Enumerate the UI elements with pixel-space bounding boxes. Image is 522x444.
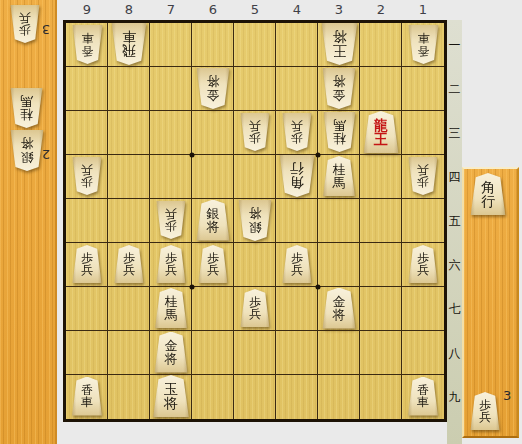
board-cell-6g[interactable]: [192, 287, 234, 331]
gote-hand-stand: [0, 0, 57, 444]
piece-kanji: 桂: [165, 295, 178, 308]
file-label-7: 7: [150, 2, 192, 18]
board-cell-2e[interactable]: [360, 199, 402, 243]
shogi-piece-歩兵-9f[interactable]: 歩兵: [72, 245, 102, 283]
piece-kanji: 行: [481, 194, 495, 208]
shogi-piece-歩兵-4c[interactable]: 歩兵: [282, 113, 312, 151]
piece-kanji: 馬: [333, 119, 346, 132]
board-cell-6d[interactable]: [192, 155, 234, 199]
piece-kanji: 車: [81, 32, 93, 44]
shogi-piece-銀将-6e[interactable]: 銀将: [196, 200, 230, 241]
piece-kanji: 兵: [123, 264, 135, 276]
piece-kanji: 将: [332, 30, 346, 44]
rank-label-3: 三: [447, 123, 462, 143]
board-cell-8e[interactable]: [108, 199, 150, 243]
rank-label-5: 五: [447, 211, 462, 231]
piece-kanji: 銀: [21, 151, 34, 164]
shogi-piece-龍王-2c[interactable]: 龍王: [363, 111, 399, 153]
piece-kanji: 銀: [249, 220, 262, 233]
shogi-piece-飛車-8a[interactable]: 飛車: [111, 23, 147, 65]
board-cell-9c[interactable]: [66, 111, 108, 155]
board-cell-5a[interactable]: [234, 23, 276, 67]
piece-face: 金将: [322, 288, 356, 329]
board-cell-6a[interactable]: [192, 23, 234, 67]
piece-face: 香車: [72, 377, 103, 416]
piece-kanji: 兵: [19, 12, 31, 24]
shogi-piece-金将-7h[interactable]: 金将: [154, 332, 188, 373]
piece-face: 香車: [408, 377, 439, 416]
piece-kanji: 香: [81, 44, 93, 56]
piece-kanji: 車: [81, 396, 93, 408]
piece-kanji: 兵: [81, 164, 93, 176]
board-cell-7d[interactable]: [150, 155, 192, 199]
piece-kanji: 角: [290, 176, 304, 190]
board-cell-8b[interactable]: [108, 67, 150, 111]
board-cell-6i[interactable]: [192, 375, 234, 419]
shogi-piece-香車-1i[interactable]: 香車: [408, 377, 439, 416]
shogi-piece-歩兵-1d[interactable]: 歩兵: [408, 157, 438, 195]
shogi-piece-桂馬-3d[interactable]: 桂馬: [323, 156, 356, 196]
board-cell-4b[interactable]: [276, 67, 318, 111]
board-cell-5b[interactable]: [234, 67, 276, 111]
piece-face: 龍王: [363, 111, 399, 153]
piece-kanji: 将: [249, 207, 262, 220]
board-cell-9b[interactable]: [66, 67, 108, 111]
file-label-5: 5: [234, 2, 276, 18]
file-label-2: 2: [360, 2, 402, 18]
piece-face: 桂馬: [10, 88, 43, 128]
file-label-3: 3: [318, 2, 360, 18]
shogi-piece-玉将-7i[interactable]: 玉将: [153, 375, 190, 417]
piece-face: 歩兵: [408, 157, 438, 195]
piece-face: 金将: [322, 68, 356, 109]
piece-kanji: 馬: [20, 95, 33, 108]
shogi-piece-香車-9i[interactable]: 香車: [72, 377, 103, 416]
board-cell-7b[interactable]: [150, 67, 192, 111]
shogi-piece-歩兵[interactable]: 歩兵: [10, 5, 40, 43]
piece-kanji: 桂: [20, 108, 33, 121]
board-cell-4h[interactable]: [276, 331, 318, 375]
piece-face: 歩兵: [198, 245, 228, 283]
piece-face: 飛車: [111, 23, 147, 65]
shogi-piece-銀将[interactable]: 銀将: [10, 130, 44, 171]
rank-label-9: 九: [447, 387, 462, 407]
shogi-piece-歩兵[interactable]: 歩兵: [470, 392, 500, 430]
piece-face: 歩兵: [156, 201, 186, 239]
shogi-piece-歩兵-8f[interactable]: 歩兵: [114, 245, 144, 283]
shogi-piece-歩兵-7e[interactable]: 歩兵: [156, 201, 186, 239]
gote-hand-count-銀将: 2: [42, 147, 50, 162]
piece-kanji: 将: [207, 220, 220, 233]
piece-kanji: 金: [165, 339, 178, 352]
shogi-piece-桂馬-3c[interactable]: 桂馬: [323, 112, 356, 152]
shogi-piece-歩兵-7f[interactable]: 歩兵: [156, 245, 186, 283]
board-cell-6h[interactable]: [192, 331, 234, 375]
piece-face: 歩兵: [72, 157, 102, 195]
shogi-piece-香車-9a[interactable]: 香車: [72, 25, 103, 64]
shogi-board: 香車飛車王将香車金将金将歩兵歩兵桂馬龍王歩兵角行桂馬歩兵歩兵銀将銀将歩兵歩兵歩兵…: [63, 20, 447, 422]
shogi-piece-歩兵-1f[interactable]: 歩兵: [408, 245, 438, 283]
piece-kanji: 歩: [291, 132, 303, 144]
board-cell-2a[interactable]: [360, 23, 402, 67]
hoshi-dot: [190, 285, 195, 290]
piece-kanji: 王: [332, 44, 346, 58]
board-cell-8i[interactable]: [108, 375, 150, 419]
board-cell-1g[interactable]: [402, 287, 444, 331]
piece-face: 歩兵: [282, 245, 312, 283]
board-cell-1e[interactable]: [402, 199, 444, 243]
board-cell-5i[interactable]: [234, 375, 276, 419]
piece-kanji: 金: [333, 295, 346, 308]
piece-face: 桂馬: [323, 156, 356, 196]
shogi-piece-歩兵-5c[interactable]: 歩兵: [240, 113, 270, 151]
board-cell-4g[interactable]: [276, 287, 318, 331]
board-cell-6c[interactable]: [192, 111, 234, 155]
piece-face: 金将: [154, 332, 188, 373]
shogi-piece-香車-1a[interactable]: 香車: [408, 25, 439, 64]
piece-kanji: 車: [417, 32, 429, 44]
piece-kanji: 角: [481, 180, 495, 194]
piece-kanji: 兵: [81, 264, 93, 276]
file-label-4: 4: [276, 2, 318, 18]
piece-kanji: 兵: [417, 164, 429, 176]
rank-label-7: 七: [447, 299, 462, 319]
rank-label-1: 一: [447, 35, 462, 55]
piece-kanji: 龍: [374, 118, 388, 132]
shogi-piece-王将-3a[interactable]: 王将: [321, 23, 358, 65]
shogi-piece-歩兵-4f[interactable]: 歩兵: [282, 245, 312, 283]
piece-face: 歩兵: [408, 245, 438, 283]
piece-kanji: 兵: [291, 264, 303, 276]
board-cell-1b[interactable]: [402, 67, 444, 111]
piece-face: 歩兵: [10, 5, 40, 43]
piece-kanji: 歩: [81, 176, 93, 188]
piece-face: 銀将: [10, 130, 44, 171]
file-label-1: 1: [402, 2, 444, 18]
rank-label-4: 四: [447, 167, 462, 187]
shogi-app: 香車飛車王将香車金将金将歩兵歩兵桂馬龍王歩兵角行桂馬歩兵歩兵銀将銀将歩兵歩兵歩兵…: [0, 0, 522, 444]
piece-face: 角行: [470, 173, 506, 215]
piece-kanji: 車: [417, 396, 429, 408]
piece-kanji: 将: [164, 396, 178, 410]
piece-kanji: 将: [21, 137, 34, 150]
shogi-piece-金将-6b[interactable]: 金将: [196, 68, 230, 109]
file-label-9: 9: [66, 2, 108, 18]
board-cell-9e[interactable]: [66, 199, 108, 243]
piece-kanji: 玉: [164, 382, 178, 396]
piece-face: 歩兵: [156, 245, 186, 283]
piece-kanji: 将: [207, 75, 220, 88]
piece-face: 角行: [279, 155, 315, 197]
board-cell-3i[interactable]: [318, 375, 360, 419]
sente-hand-count-歩兵: 3: [503, 388, 511, 403]
piece-face: 玉将: [153, 375, 190, 417]
piece-face: 香車: [408, 25, 439, 64]
board-cell-9h[interactable]: [66, 331, 108, 375]
piece-kanji: 桂: [333, 132, 346, 145]
shogi-piece-桂馬[interactable]: 桂馬: [10, 88, 43, 128]
piece-face: 歩兵: [282, 113, 312, 151]
piece-kanji: 兵: [249, 308, 261, 320]
board-cell-8g[interactable]: [108, 287, 150, 331]
piece-face: 香車: [72, 25, 103, 64]
piece-face: 銀将: [196, 200, 230, 241]
piece-kanji: 兵: [479, 411, 491, 423]
board-cell-8c[interactable]: [108, 111, 150, 155]
board-cell-7a[interactable]: [150, 23, 192, 67]
shogi-piece-銀将-5e[interactable]: 銀将: [238, 200, 272, 241]
piece-kanji: 兵: [207, 264, 219, 276]
board-cell-2h[interactable]: [360, 331, 402, 375]
board-cell-7c[interactable]: [150, 111, 192, 155]
piece-face: 歩兵: [240, 289, 270, 327]
board-cell-8d[interactable]: [108, 155, 150, 199]
piece-face: 金将: [196, 68, 230, 109]
piece-kanji: 歩: [165, 220, 177, 232]
board-cell-2i[interactable]: [360, 375, 402, 419]
piece-kanji: 金: [207, 88, 220, 101]
shogi-piece-歩兵-6f[interactable]: 歩兵: [198, 245, 228, 283]
shogi-piece-金将-3b[interactable]: 金将: [322, 68, 356, 109]
piece-kanji: 兵: [291, 120, 303, 132]
piece-face: 桂馬: [323, 112, 356, 152]
piece-face: 歩兵: [470, 392, 500, 430]
rank-label-6: 六: [447, 255, 462, 275]
shogi-piece-歩兵-9d[interactable]: 歩兵: [72, 157, 102, 195]
board-cell-1h[interactable]: [402, 331, 444, 375]
shogi-piece-角行[interactable]: 角行: [470, 173, 506, 215]
piece-kanji: 銀: [207, 207, 220, 220]
piece-kanji: 馬: [333, 176, 346, 189]
piece-kanji: 歩: [417, 176, 429, 188]
file-label-8: 8: [108, 2, 150, 18]
shogi-piece-桂馬-7g[interactable]: 桂馬: [155, 288, 188, 328]
shogi-piece-歩兵-5g[interactable]: 歩兵: [240, 289, 270, 327]
rank-label-8: 八: [447, 343, 462, 363]
piece-kanji: 行: [290, 162, 304, 176]
board-cell-4a[interactable]: [276, 23, 318, 67]
piece-kanji: 将: [333, 75, 346, 88]
piece-kanji: 歩: [19, 24, 31, 36]
piece-kanji: 王: [374, 132, 388, 146]
piece-kanji: 将: [165, 352, 178, 365]
board-cell-3f[interactable]: [318, 243, 360, 287]
piece-kanji: 金: [333, 88, 346, 101]
hoshi-dot: [190, 153, 195, 158]
hoshi-dot: [316, 153, 321, 158]
piece-kanji: 馬: [165, 308, 178, 321]
board-cell-9g[interactable]: [66, 287, 108, 331]
board-cell-5d[interactable]: [234, 155, 276, 199]
piece-face: 銀将: [238, 200, 272, 241]
rank-label-2: 二: [447, 79, 462, 99]
shogi-piece-角行-4d[interactable]: 角行: [279, 155, 315, 197]
board-cell-5h[interactable]: [234, 331, 276, 375]
piece-kanji: 飛: [122, 44, 136, 58]
board-cell-8h[interactable]: [108, 331, 150, 375]
piece-kanji: 兵: [249, 120, 261, 132]
piece-kanji: 桂: [333, 163, 346, 176]
board-cell-1c[interactable]: [402, 111, 444, 155]
board-cell-2d[interactable]: [360, 155, 402, 199]
piece-kanji: 将: [333, 308, 346, 321]
piece-face: 王将: [321, 23, 358, 65]
board-cell-3h[interactable]: [318, 331, 360, 375]
file-label-6: 6: [192, 2, 234, 18]
piece-face: 歩兵: [114, 245, 144, 283]
piece-kanji: 車: [122, 30, 136, 44]
board-cell-2f[interactable]: [360, 243, 402, 287]
board-cell-4e[interactable]: [276, 199, 318, 243]
piece-kanji: 兵: [165, 264, 177, 276]
board-cell-4i[interactable]: [276, 375, 318, 419]
piece-kanji: 歩: [249, 132, 261, 144]
board-cell-5f[interactable]: [234, 243, 276, 287]
gote-hand-count-歩兵: 3: [42, 22, 50, 37]
piece-face: 歩兵: [72, 245, 102, 283]
board-cell-3e[interactable]: [318, 199, 360, 243]
piece-face: 歩兵: [240, 113, 270, 151]
piece-face: 桂馬: [155, 288, 188, 328]
piece-kanji: 兵: [417, 264, 429, 276]
shogi-piece-金将-3g[interactable]: 金将: [322, 288, 356, 329]
piece-kanji: 香: [417, 44, 429, 56]
piece-kanji: 兵: [165, 208, 177, 220]
hoshi-dot: [316, 285, 321, 290]
board-cell-2b[interactable]: [360, 67, 402, 111]
board-cell-2g[interactable]: [360, 287, 402, 331]
